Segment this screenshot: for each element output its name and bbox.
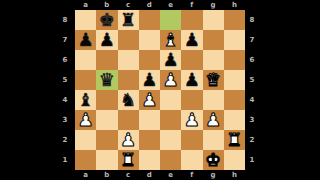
chess-app-window: abcdefgh abcdefgh 87654321 87654321 ♚♜♟♟… [0,0,320,180]
white-bishop-piece[interactable]: ♝ [163,31,179,49]
square-a7[interactable]: ♟ [75,30,96,50]
white-queen-piece[interactable]: ♛ [205,71,221,89]
square-b4[interactable] [96,90,117,110]
file-labels-bottom: abcdefgh [75,170,245,180]
file-label-f: f [181,170,202,180]
square-c3[interactable] [118,110,139,130]
square-c7[interactable] [118,30,139,50]
file-label-a: a [75,0,96,10]
rank-label-3: 3 [245,110,259,130]
rank-label-3: 3 [58,110,72,130]
square-c2[interactable]: ♟ [118,130,139,150]
square-e1[interactable] [160,150,181,170]
square-a3[interactable]: ♟ [75,110,96,130]
file-label-c: c [118,170,139,180]
rank-label-8: 8 [245,10,259,30]
square-f8[interactable] [181,10,202,30]
square-e2[interactable] [160,130,181,150]
rank-label-7: 7 [58,30,72,50]
square-d5[interactable]: ♟ [139,70,160,90]
square-d4[interactable]: ♟ [139,90,160,110]
rank-label-5: 5 [245,70,259,90]
file-label-h: h [224,0,245,10]
square-g3[interactable]: ♟ [203,110,224,130]
square-e5[interactable]: ♟ [160,70,181,90]
black-bishop-piece[interactable]: ♝ [78,91,94,109]
black-pawn-piece[interactable]: ♟ [184,31,200,49]
rank-label-1: 1 [58,150,72,170]
file-label-b: b [96,170,117,180]
file-label-c: c [118,0,139,10]
square-c8[interactable]: ♜ [118,10,139,30]
square-e3[interactable] [160,110,181,130]
black-pawn-piece[interactable]: ♟ [184,71,200,89]
square-c1[interactable]: ♜ [118,150,139,170]
square-h6[interactable] [224,50,245,70]
square-h7[interactable] [224,30,245,50]
file-label-h: h [224,170,245,180]
black-rook-piece[interactable]: ♜ [120,11,136,29]
square-f3[interactable]: ♟ [181,110,202,130]
rank-labels-right: 87654321 [245,10,259,170]
square-e4[interactable] [160,90,181,110]
white-pawn-piece[interactable]: ♟ [141,91,157,109]
file-label-e: e [160,0,181,10]
square-b3[interactable] [96,110,117,130]
square-e8[interactable] [160,10,181,30]
square-b1[interactable] [96,150,117,170]
chess-board: ♚♜♟♟♝♟♟♛♟♟♟♛♝♞♟♟♟♟♟♜♜♚ [75,10,245,170]
file-label-d: d [139,0,160,10]
square-b7[interactable]: ♟ [96,30,117,50]
square-h4[interactable] [224,90,245,110]
square-f2[interactable] [181,130,202,150]
square-a4[interactable]: ♝ [75,90,96,110]
square-d6[interactable] [139,50,160,70]
square-e7[interactable]: ♝ [160,30,181,50]
rank-label-7: 7 [245,30,259,50]
square-h2[interactable]: ♜ [224,130,245,150]
black-king-piece[interactable]: ♚ [99,11,115,29]
black-queen-piece[interactable]: ♛ [99,71,115,89]
black-pawn-piece[interactable]: ♟ [78,31,94,49]
white-pawn-piece[interactable]: ♟ [205,111,221,129]
white-king-piece[interactable]: ♚ [205,151,221,169]
black-pawn-piece[interactable]: ♟ [99,31,115,49]
square-d7[interactable] [139,30,160,50]
file-label-f: f [181,0,202,10]
square-g5[interactable]: ♛ [203,70,224,90]
square-h5[interactable] [224,70,245,90]
white-pawn-piece[interactable]: ♟ [163,71,179,89]
square-f1[interactable] [181,150,202,170]
square-c4[interactable]: ♞ [118,90,139,110]
white-rook-piece[interactable]: ♜ [120,151,136,169]
rank-label-8: 8 [58,10,72,30]
square-c6[interactable] [118,50,139,70]
file-label-g: g [203,0,224,10]
square-f6[interactable] [181,50,202,70]
square-c5[interactable] [118,70,139,90]
rank-label-6: 6 [58,50,72,70]
file-label-b: b [96,0,117,10]
square-d3[interactable] [139,110,160,130]
square-h8[interactable] [224,10,245,30]
square-a8[interactable] [75,10,96,30]
rank-label-5: 5 [58,70,72,90]
rank-label-4: 4 [58,90,72,110]
rank-label-6: 6 [245,50,259,70]
rank-label-2: 2 [58,130,72,150]
square-b2[interactable] [96,130,117,150]
square-d2[interactable] [139,130,160,150]
square-g6[interactable] [203,50,224,70]
square-d1[interactable] [139,150,160,170]
file-label-d: d [139,170,160,180]
square-b5[interactable]: ♛ [96,70,117,90]
square-h3[interactable] [224,110,245,130]
file-label-e: e [160,170,181,180]
square-g4[interactable] [203,90,224,110]
white-pawn-piece[interactable]: ♟ [78,111,94,129]
file-label-g: g [203,170,224,180]
file-label-a: a [75,170,96,180]
white-rook-piece[interactable]: ♜ [226,131,242,149]
file-labels-top: abcdefgh [75,0,245,10]
square-h1[interactable] [224,150,245,170]
square-a6[interactable] [75,50,96,70]
white-pawn-piece[interactable]: ♟ [184,111,200,129]
square-b8[interactable]: ♚ [96,10,117,30]
square-f7[interactable]: ♟ [181,30,202,50]
rank-label-1: 1 [245,150,259,170]
rank-label-4: 4 [245,90,259,110]
rank-labels-left: 87654321 [58,10,72,170]
black-pawn-piece[interactable]: ♟ [141,71,157,89]
square-a2[interactable] [75,130,96,150]
square-g1[interactable]: ♚ [203,150,224,170]
black-pawn-piece[interactable]: ♟ [163,51,179,69]
white-pawn-piece[interactable]: ♟ [120,131,136,149]
square-g7[interactable] [203,30,224,50]
square-a5[interactable] [75,70,96,90]
square-b6[interactable] [96,50,117,70]
square-f5[interactable]: ♟ [181,70,202,90]
black-knight-piece[interactable]: ♞ [120,91,136,109]
square-f4[interactable] [181,90,202,110]
square-g8[interactable] [203,10,224,30]
square-a1[interactable] [75,150,96,170]
square-e6[interactable]: ♟ [160,50,181,70]
square-d8[interactable] [139,10,160,30]
rank-label-2: 2 [245,130,259,150]
square-g2[interactable] [203,130,224,150]
